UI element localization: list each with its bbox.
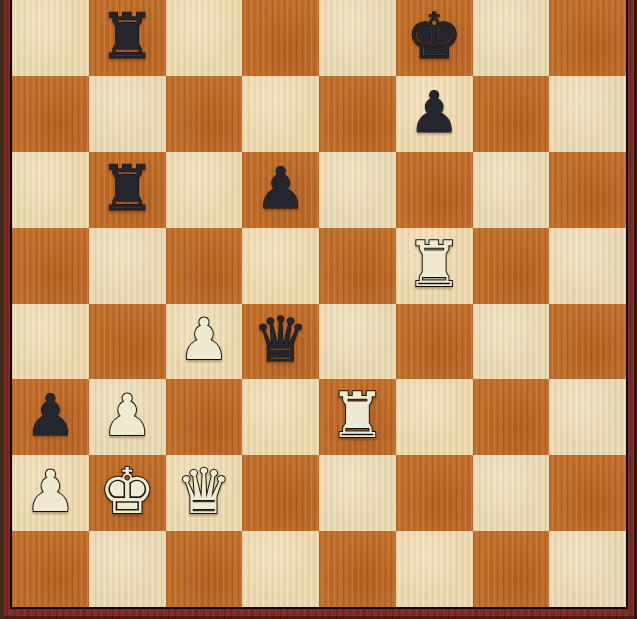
square-a3[interactable]: ♟ — [12, 379, 89, 455]
square-c4[interactable]: ♟ — [166, 304, 243, 380]
square-g1[interactable] — [473, 531, 550, 607]
square-g5[interactable] — [473, 228, 550, 304]
square-d1[interactable] — [242, 531, 319, 607]
square-d8[interactable] — [242, 0, 319, 76]
chessboard: ♜♚♟♜♟♜♟♛♟♟♜♟♚♛ — [12, 0, 626, 607]
white-queen-piece[interactable]: ♛ — [176, 461, 232, 523]
square-g4[interactable] — [473, 304, 550, 380]
square-a5[interactable] — [12, 228, 89, 304]
square-b2[interactable]: ♚ — [89, 455, 166, 531]
square-c2[interactable]: ♛ — [166, 455, 243, 531]
square-f6[interactable] — [396, 152, 473, 228]
square-b6[interactable]: ♜ — [89, 152, 166, 228]
square-e8[interactable] — [319, 0, 396, 76]
square-e3[interactable]: ♜ — [319, 379, 396, 455]
square-f7[interactable]: ♟ — [396, 76, 473, 152]
square-g3[interactable] — [473, 379, 550, 455]
square-h8[interactable] — [549, 0, 626, 76]
white-rook-piece[interactable]: ♜ — [406, 233, 462, 296]
square-c5[interactable] — [166, 228, 243, 304]
square-f3[interactable] — [396, 379, 473, 455]
black-rook-piece[interactable]: ♜ — [99, 5, 155, 68]
square-h3[interactable] — [549, 379, 626, 455]
square-a6[interactable] — [12, 152, 89, 228]
square-b8[interactable]: ♜ — [89, 0, 166, 76]
white-king-piece[interactable]: ♚ — [99, 460, 155, 523]
board-frame: ♜♚♟♜♟♜♟♛♟♟♜♟♚♛ — [0, 0, 637, 619]
square-e1[interactable] — [319, 531, 396, 607]
square-f2[interactable] — [396, 455, 473, 531]
square-h6[interactable] — [549, 152, 626, 228]
square-b1[interactable] — [89, 531, 166, 607]
square-h7[interactable] — [549, 76, 626, 152]
square-g7[interactable] — [473, 76, 550, 152]
square-g8[interactable] — [473, 0, 550, 76]
black-pawn-piece[interactable]: ♟ — [25, 387, 76, 444]
square-a7[interactable] — [12, 76, 89, 152]
square-d2[interactable] — [242, 455, 319, 531]
square-d6[interactable]: ♟ — [242, 152, 319, 228]
square-b3[interactable]: ♟ — [89, 379, 166, 455]
black-king-piece[interactable]: ♚ — [406, 5, 462, 68]
square-f5[interactable]: ♜ — [396, 228, 473, 304]
square-h4[interactable] — [549, 304, 626, 380]
black-pawn-piece[interactable]: ♟ — [255, 160, 306, 217]
white-pawn-piece[interactable]: ♟ — [178, 311, 229, 368]
square-d5[interactable] — [242, 228, 319, 304]
square-a8[interactable] — [12, 0, 89, 76]
square-g2[interactable] — [473, 455, 550, 531]
square-a4[interactable] — [12, 304, 89, 380]
square-h2[interactable] — [549, 455, 626, 531]
square-g6[interactable] — [473, 152, 550, 228]
black-rook-piece[interactable]: ♜ — [99, 157, 155, 220]
square-h1[interactable] — [549, 531, 626, 607]
square-d7[interactable] — [242, 76, 319, 152]
square-f4[interactable] — [396, 304, 473, 380]
black-queen-piece[interactable]: ♛ — [253, 309, 309, 371]
white-rook-piece[interactable]: ♜ — [329, 384, 385, 447]
square-c1[interactable] — [166, 531, 243, 607]
square-e7[interactable] — [319, 76, 396, 152]
square-b5[interactable] — [89, 228, 166, 304]
square-f1[interactable] — [396, 531, 473, 607]
square-b4[interactable] — [89, 304, 166, 380]
white-pawn-piece[interactable]: ♟ — [102, 387, 153, 444]
square-d4[interactable]: ♛ — [242, 304, 319, 380]
black-pawn-piece[interactable]: ♟ — [409, 84, 460, 141]
square-e6[interactable] — [319, 152, 396, 228]
square-d3[interactable] — [242, 379, 319, 455]
square-b7[interactable] — [89, 76, 166, 152]
square-e2[interactable] — [319, 455, 396, 531]
square-e4[interactable] — [319, 304, 396, 380]
square-h5[interactable] — [549, 228, 626, 304]
square-a2[interactable]: ♟ — [12, 455, 89, 531]
square-c6[interactable] — [166, 152, 243, 228]
square-e5[interactable] — [319, 228, 396, 304]
square-c3[interactable] — [166, 379, 243, 455]
square-a1[interactable] — [12, 531, 89, 607]
square-c8[interactable] — [166, 0, 243, 76]
square-c7[interactable] — [166, 76, 243, 152]
square-f8[interactable]: ♚ — [396, 0, 473, 76]
white-pawn-piece[interactable]: ♟ — [25, 463, 76, 520]
